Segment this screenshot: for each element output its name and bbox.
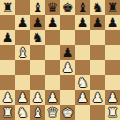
square-g2[interactable]: ♟: [90, 90, 105, 105]
square-h7[interactable]: ♟: [105, 15, 120, 30]
square-f3[interactable]: ♞: [75, 75, 90, 90]
piece-white-knight[interactable]: ♞: [77, 75, 89, 90]
square-d5[interactable]: [45, 45, 60, 60]
square-d3[interactable]: [45, 75, 60, 90]
piece-white-pawn[interactable]: ♟: [62, 60, 74, 75]
square-c2[interactable]: ♟: [30, 90, 45, 105]
square-e8[interactable]: ♚: [60, 0, 75, 15]
square-e6[interactable]: [60, 30, 75, 45]
chess-board: ♜♝♛♚♝♞♜♟♟♟♟♟♟♟♞♝♟♟♞♟♟♟♟♟♟♟♜♞♝♛♚♜: [0, 0, 120, 120]
square-e4[interactable]: ♟: [60, 60, 75, 75]
square-h4[interactable]: [105, 60, 120, 75]
piece-black-pawn[interactable]: ♟: [77, 15, 89, 30]
piece-black-pawn[interactable]: ♟: [17, 15, 29, 30]
square-d7[interactable]: ♟: [45, 15, 60, 30]
square-a3[interactable]: [0, 75, 15, 90]
square-b2[interactable]: ♟: [15, 90, 30, 105]
square-a5[interactable]: [0, 45, 15, 60]
piece-white-bishop[interactable]: ♝: [17, 45, 29, 60]
piece-black-pawn[interactable]: ♟: [92, 15, 104, 30]
piece-black-knight[interactable]: ♞: [32, 30, 44, 45]
square-d2[interactable]: ♟: [45, 90, 60, 105]
piece-white-pawn[interactable]: ♟: [107, 90, 119, 105]
square-a6[interactable]: ♟: [0, 30, 15, 45]
square-d1[interactable]: ♛: [45, 105, 60, 120]
piece-white-bishop[interactable]: ♝: [32, 105, 44, 120]
square-g7[interactable]: ♟: [90, 15, 105, 30]
piece-black-bishop[interactable]: ♝: [77, 0, 89, 15]
square-a7[interactable]: [0, 15, 15, 30]
square-h3[interactable]: [105, 75, 120, 90]
square-b7[interactable]: ♟: [15, 15, 30, 30]
square-d6[interactable]: [45, 30, 60, 45]
square-e2[interactable]: [60, 90, 75, 105]
piece-white-pawn[interactable]: ♟: [92, 90, 104, 105]
piece-white-king[interactable]: ♚: [62, 105, 74, 120]
piece-white-pawn[interactable]: ♟: [17, 90, 29, 105]
square-c7[interactable]: ♟: [30, 15, 45, 30]
square-h1[interactable]: ♜: [105, 105, 120, 120]
piece-black-queen[interactable]: ♛: [47, 0, 59, 15]
square-a4[interactable]: [0, 60, 15, 75]
piece-black-pawn[interactable]: ♟: [2, 30, 14, 45]
square-c8[interactable]: ♝: [30, 0, 45, 15]
piece-black-pawn[interactable]: ♟: [32, 15, 44, 30]
square-h5[interactable]: [105, 45, 120, 60]
square-c5[interactable]: [30, 45, 45, 60]
piece-black-pawn[interactable]: ♟: [62, 45, 74, 60]
piece-white-knight[interactable]: ♞: [17, 105, 29, 120]
square-f5[interactable]: [75, 45, 90, 60]
square-e7[interactable]: [60, 15, 75, 30]
square-a1[interactable]: ♜: [0, 105, 15, 120]
square-c1[interactable]: ♝: [30, 105, 45, 120]
piece-black-rook[interactable]: ♜: [107, 0, 119, 15]
piece-white-rook[interactable]: ♜: [2, 105, 14, 120]
square-c4[interactable]: [30, 60, 45, 75]
square-g3[interactable]: [90, 75, 105, 90]
square-b8[interactable]: [15, 0, 30, 15]
piece-white-pawn[interactable]: ♟: [47, 90, 59, 105]
square-f6[interactable]: [75, 30, 90, 45]
square-d8[interactable]: ♛: [45, 0, 60, 15]
square-h8[interactable]: ♜: [105, 0, 120, 15]
square-f2[interactable]: ♟: [75, 90, 90, 105]
square-a8[interactable]: ♜: [0, 0, 15, 15]
square-b3[interactable]: [15, 75, 30, 90]
square-b6[interactable]: [15, 30, 30, 45]
square-f4[interactable]: [75, 60, 90, 75]
square-e5[interactable]: ♟: [60, 45, 75, 60]
square-c6[interactable]: ♞: [30, 30, 45, 45]
piece-white-pawn[interactable]: ♟: [77, 90, 89, 105]
square-g6[interactable]: [90, 30, 105, 45]
piece-black-rook[interactable]: ♜: [2, 0, 14, 15]
square-e3[interactable]: [60, 75, 75, 90]
piece-white-queen[interactable]: ♛: [47, 105, 59, 120]
square-d4[interactable]: [45, 60, 60, 75]
piece-black-pawn[interactable]: ♟: [47, 15, 59, 30]
piece-black-pawn[interactable]: ♟: [107, 15, 119, 30]
square-f7[interactable]: ♟: [75, 15, 90, 30]
piece-white-pawn[interactable]: ♟: [32, 90, 44, 105]
square-g1[interactable]: [90, 105, 105, 120]
square-b4[interactable]: [15, 60, 30, 75]
square-e1[interactable]: ♚: [60, 105, 75, 120]
square-f1[interactable]: [75, 105, 90, 120]
square-g5[interactable]: [90, 45, 105, 60]
piece-white-rook[interactable]: ♜: [107, 105, 119, 120]
piece-white-pawn[interactable]: ♟: [2, 90, 14, 105]
piece-black-knight[interactable]: ♞: [92, 0, 104, 15]
square-g4[interactable]: [90, 60, 105, 75]
square-g8[interactable]: ♞: [90, 0, 105, 15]
square-h6[interactable]: [105, 30, 120, 45]
square-b1[interactable]: ♞: [15, 105, 30, 120]
square-f8[interactable]: ♝: [75, 0, 90, 15]
square-h2[interactable]: ♟: [105, 90, 120, 105]
piece-black-bishop[interactable]: ♝: [32, 0, 44, 15]
square-b5[interactable]: ♝: [15, 45, 30, 60]
square-a2[interactable]: ♟: [0, 90, 15, 105]
piece-black-king[interactable]: ♚: [62, 0, 74, 15]
square-c3[interactable]: [30, 75, 45, 90]
